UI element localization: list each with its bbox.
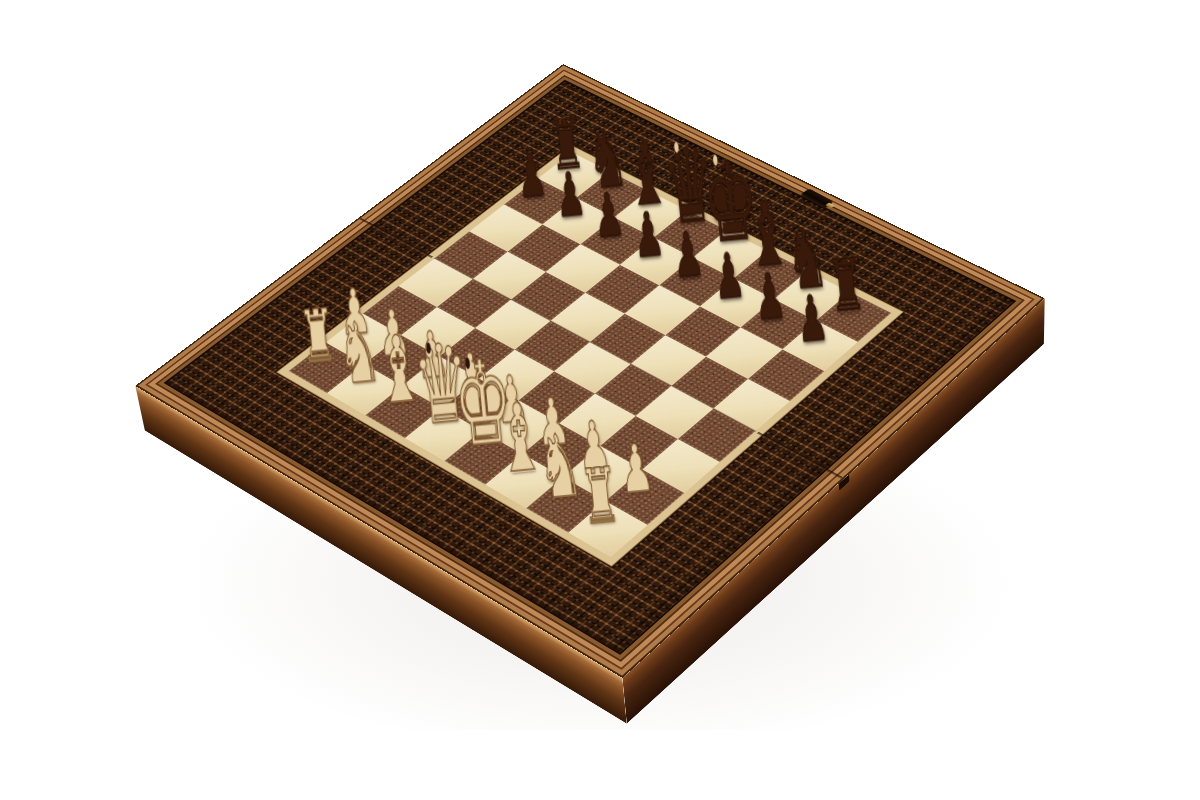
chess-box: ♜♞♝♛♚♝♞♜♟♟♟♟♟♟♟♟♟♟♟♟♟♟♟♟♜♞♝♛♚♝♞♜ xyxy=(135,64,1044,678)
hinge-notch xyxy=(839,474,850,491)
scene-3d: ♜♞♝♛♚♝♞♜♟♟♟♟♟♟♟♟♟♟♟♟♟♟♟♟♜♞♝♛♚♝♞♜ xyxy=(0,0,1200,800)
photo-stage: ♜♞♝♛♚♝♞♜♟♟♟♟♟♟♟♟♟♟♟♟♟♟♟♟♜♞♝♛♚♝♞♜ xyxy=(0,0,1200,800)
box-top-face: ♜♞♝♛♚♝♞♜♟♟♟♟♟♟♟♟♟♟♟♟♟♟♟♟♜♞♝♛♚♝♞♜ xyxy=(135,64,1044,678)
camera-roll-wrapper: ♜♞♝♛♚♝♞♜♟♟♟♟♟♟♟♟♟♟♟♟♟♟♟♟♜♞♝♛♚♝♞♜ xyxy=(0,0,1200,800)
